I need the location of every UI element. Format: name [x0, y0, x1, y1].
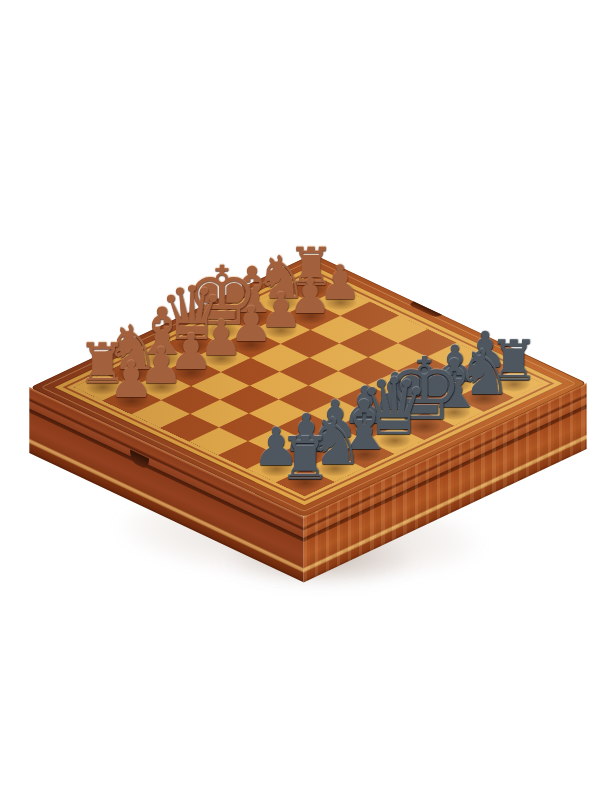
rook-glyph: ♜: [278, 432, 331, 485]
drawer-notch: [130, 450, 149, 471]
pawn-glyph: ♟: [109, 358, 154, 403]
product-photo-stage: ♜♞♟♝♟♚♟♛♟♝♟♞♟♟♜♟♟♜♟♟♞♟♝♟♚♟♛♟♝♟♞♜: [0, 0, 600, 800]
